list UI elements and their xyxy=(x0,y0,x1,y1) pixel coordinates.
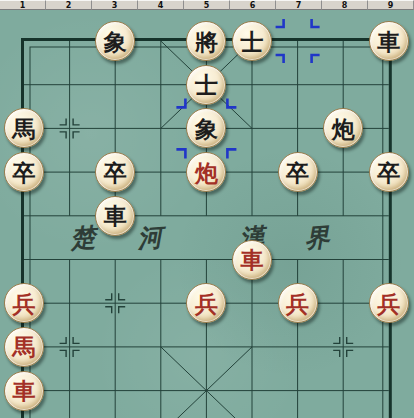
piece-black-cannon[interactable]: 炮 xyxy=(323,108,363,148)
piece-glyph: 兵 xyxy=(195,292,218,315)
piece-black-advisor[interactable]: 士 xyxy=(232,21,272,61)
piece-red-soldier[interactable]: 兵 xyxy=(186,283,226,323)
piece-red-soldier[interactable]: 兵 xyxy=(278,283,318,323)
piece-glyph: 卒 xyxy=(104,161,127,184)
piece-black-advisor[interactable]: 士 xyxy=(186,65,226,105)
piece-glyph: 士 xyxy=(195,73,218,96)
piece-glyph: 象 xyxy=(195,117,218,140)
piece-black-soldier[interactable]: 卒 xyxy=(278,152,318,192)
piece-red-horse[interactable]: 馬 xyxy=(4,327,44,367)
xiangqi-app-window: 123456789 楚河漢界象將士車士馬象炮卒卒炮卒卒車車兵兵兵兵馬車 xyxy=(0,0,414,418)
piece-glyph: 士 xyxy=(241,30,264,53)
file-label-2: 2 xyxy=(46,0,92,10)
piece-black-general[interactable]: 將 xyxy=(186,21,226,61)
piece-glyph: 車 xyxy=(104,204,127,227)
file-label-7: 7 xyxy=(276,0,322,10)
piece-glyph: 將 xyxy=(195,30,218,53)
piece-black-soldier[interactable]: 卒 xyxy=(369,152,409,192)
piece-red-soldier[interactable]: 兵 xyxy=(4,283,44,323)
file-label-9: 9 xyxy=(368,0,414,10)
file-number-header: 123456789 xyxy=(0,0,414,10)
river-text-char: 河 xyxy=(136,221,163,256)
piece-red-chariot[interactable]: 車 xyxy=(4,371,44,411)
piece-red-cannon[interactable]: 炮 xyxy=(186,152,226,192)
piece-glyph: 炮 xyxy=(195,161,218,184)
piece-glyph: 象 xyxy=(104,30,127,53)
piece-red-soldier[interactable]: 兵 xyxy=(369,283,409,323)
piece-glyph: 馬 xyxy=(13,117,36,140)
piece-black-elephant[interactable]: 象 xyxy=(186,108,226,148)
piece-glyph: 馬 xyxy=(13,335,36,358)
piece-glyph: 兵 xyxy=(286,292,309,315)
file-label-6: 6 xyxy=(230,0,276,10)
xiangqi-board[interactable]: 楚河漢界象將士車士馬象炮卒卒炮卒卒車車兵兵兵兵馬車 xyxy=(0,10,414,418)
piece-black-chariot[interactable]: 車 xyxy=(95,196,135,236)
piece-glyph: 卒 xyxy=(286,161,309,184)
file-label-1: 1 xyxy=(0,0,46,10)
piece-glyph: 卒 xyxy=(377,161,400,184)
piece-glyph: 炮 xyxy=(332,117,355,140)
piece-glyph: 卒 xyxy=(13,161,36,184)
file-label-3: 3 xyxy=(92,0,138,10)
file-label-8: 8 xyxy=(322,0,368,10)
piece-glyph: 車 xyxy=(241,248,264,271)
piece-black-horse[interactable]: 馬 xyxy=(4,108,44,148)
file-label-4: 4 xyxy=(138,0,184,10)
piece-black-soldier[interactable]: 卒 xyxy=(95,152,135,192)
piece-glyph: 兵 xyxy=(377,292,400,315)
file-label-5: 5 xyxy=(184,0,230,10)
river-text-char: 楚 xyxy=(69,221,96,256)
piece-black-soldier[interactable]: 卒 xyxy=(4,152,44,192)
piece-glyph: 兵 xyxy=(13,292,36,315)
piece-glyph: 車 xyxy=(13,379,36,402)
river-text-char: 界 xyxy=(303,221,330,256)
piece-black-elephant[interactable]: 象 xyxy=(95,21,135,61)
piece-glyph: 車 xyxy=(377,30,400,53)
piece-black-chariot[interactable]: 車 xyxy=(369,21,409,61)
piece-red-chariot[interactable]: 車 xyxy=(232,240,272,280)
